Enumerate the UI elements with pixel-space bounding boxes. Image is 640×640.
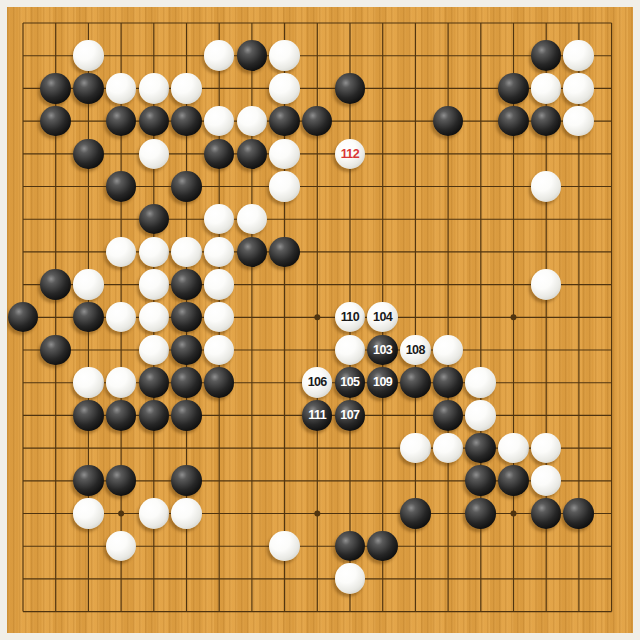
intersection[interactable] <box>203 366 236 399</box>
intersection[interactable] <box>301 170 334 203</box>
intersection[interactable] <box>530 235 563 268</box>
intersection[interactable] <box>562 203 595 236</box>
intersection[interactable] <box>72 399 105 432</box>
intersection[interactable] <box>268 530 301 563</box>
intersection[interactable] <box>366 7 399 39</box>
intersection[interactable] <box>497 595 530 628</box>
intersection[interactable] <box>432 7 465 39</box>
intersection[interactable] <box>7 334 39 367</box>
intersection[interactable] <box>334 530 367 563</box>
intersection[interactable] <box>595 235 628 268</box>
intersection[interactable] <box>497 268 530 301</box>
intersection[interactable] <box>301 334 334 367</box>
intersection[interactable] <box>7 366 39 399</box>
intersection[interactable] <box>334 203 367 236</box>
intersection[interactable] <box>235 334 268 367</box>
intersection[interactable] <box>235 268 268 301</box>
intersection[interactable] <box>137 235 170 268</box>
intersection[interactable]: 107 <box>334 399 367 432</box>
intersection[interactable] <box>203 595 236 628</box>
intersection[interactable] <box>464 72 497 105</box>
intersection[interactable] <box>301 268 334 301</box>
intersection[interactable] <box>137 334 170 367</box>
intersection[interactable] <box>366 530 399 563</box>
intersection[interactable] <box>530 39 563 72</box>
intersection[interactable] <box>137 366 170 399</box>
intersection[interactable] <box>105 497 138 530</box>
intersection[interactable] <box>530 464 563 497</box>
intersection[interactable] <box>203 203 236 236</box>
intersection[interactable] <box>39 334 72 367</box>
intersection[interactable] <box>497 366 530 399</box>
intersection[interactable] <box>399 72 432 105</box>
intersection[interactable] <box>39 366 72 399</box>
intersection[interactable] <box>268 105 301 138</box>
intersection[interactable] <box>268 268 301 301</box>
intersection[interactable] <box>137 268 170 301</box>
intersection[interactable] <box>39 497 72 530</box>
intersection[interactable] <box>105 105 138 138</box>
intersection[interactable] <box>7 268 39 301</box>
intersection[interactable] <box>203 170 236 203</box>
intersection[interactable] <box>7 72 39 105</box>
intersection[interactable] <box>301 301 334 334</box>
intersection[interactable] <box>7 105 39 138</box>
intersection[interactable] <box>562 235 595 268</box>
intersection[interactable] <box>235 137 268 170</box>
intersection[interactable] <box>562 399 595 432</box>
intersection[interactable] <box>432 334 465 367</box>
intersection[interactable] <box>39 203 72 236</box>
intersection[interactable] <box>464 366 497 399</box>
intersection[interactable] <box>595 39 628 72</box>
intersection[interactable] <box>530 497 563 530</box>
intersection[interactable] <box>301 595 334 628</box>
intersection[interactable] <box>530 595 563 628</box>
intersection[interactable] <box>595 268 628 301</box>
intersection[interactable] <box>39 595 72 628</box>
intersection[interactable] <box>464 7 497 39</box>
intersection[interactable] <box>235 562 268 595</box>
intersection[interactable] <box>203 334 236 367</box>
intersection[interactable] <box>366 170 399 203</box>
intersection[interactable] <box>170 170 203 203</box>
intersection[interactable] <box>268 366 301 399</box>
intersection[interactable]: 110 <box>334 301 367 334</box>
intersection[interactable] <box>268 137 301 170</box>
intersection[interactable] <box>268 170 301 203</box>
intersection[interactable] <box>235 595 268 628</box>
intersection[interactable] <box>497 399 530 432</box>
intersection[interactable] <box>464 301 497 334</box>
intersection[interactable] <box>464 497 497 530</box>
intersection[interactable] <box>7 137 39 170</box>
intersection[interactable] <box>39 105 72 138</box>
intersection[interactable] <box>170 203 203 236</box>
intersection[interactable] <box>105 235 138 268</box>
intersection[interactable] <box>235 7 268 39</box>
intersection[interactable] <box>399 562 432 595</box>
intersection[interactable] <box>530 203 563 236</box>
intersection[interactable] <box>399 39 432 72</box>
intersection[interactable] <box>497 170 530 203</box>
intersection[interactable] <box>137 432 170 465</box>
intersection[interactable] <box>432 497 465 530</box>
intersection[interactable] <box>39 7 72 39</box>
intersection[interactable] <box>366 562 399 595</box>
intersection[interactable] <box>562 137 595 170</box>
intersection[interactable] <box>497 530 530 563</box>
intersection[interactable] <box>170 595 203 628</box>
intersection[interactable] <box>7 170 39 203</box>
intersection[interactable] <box>432 39 465 72</box>
intersection[interactable] <box>72 497 105 530</box>
intersection[interactable] <box>203 268 236 301</box>
intersection[interactable] <box>268 562 301 595</box>
intersection[interactable] <box>301 39 334 72</box>
intersection[interactable] <box>203 464 236 497</box>
intersection[interactable] <box>203 562 236 595</box>
intersection[interactable] <box>464 530 497 563</box>
intersection[interactable] <box>203 399 236 432</box>
intersection[interactable] <box>595 595 628 628</box>
intersection[interactable] <box>268 7 301 39</box>
intersection[interactable] <box>399 399 432 432</box>
intersection[interactable] <box>137 497 170 530</box>
intersection[interactable] <box>7 464 39 497</box>
intersection[interactable] <box>235 105 268 138</box>
intersection[interactable] <box>301 105 334 138</box>
intersection[interactable] <box>366 105 399 138</box>
intersection[interactable] <box>105 334 138 367</box>
intersection[interactable] <box>137 105 170 138</box>
intersection[interactable] <box>595 497 628 530</box>
intersection[interactable] <box>39 301 72 334</box>
intersection[interactable] <box>530 7 563 39</box>
intersection[interactable] <box>137 39 170 72</box>
intersection[interactable] <box>497 464 530 497</box>
intersection[interactable]: 108 <box>399 334 432 367</box>
intersection[interactable] <box>301 137 334 170</box>
intersection[interactable] <box>530 432 563 465</box>
intersection[interactable] <box>432 235 465 268</box>
intersection[interactable]: 112 <box>334 137 367 170</box>
intersection[interactable] <box>7 432 39 465</box>
intersection[interactable] <box>530 170 563 203</box>
intersection[interactable] <box>497 235 530 268</box>
intersection[interactable] <box>7 7 39 39</box>
intersection[interactable] <box>7 399 39 432</box>
intersection[interactable] <box>137 72 170 105</box>
intersection[interactable] <box>235 464 268 497</box>
intersection[interactable] <box>235 72 268 105</box>
intersection[interactable] <box>366 464 399 497</box>
intersection[interactable] <box>170 105 203 138</box>
intersection[interactable] <box>399 7 432 39</box>
intersection[interactable] <box>562 562 595 595</box>
intersection[interactable] <box>105 595 138 628</box>
intersection[interactable] <box>595 432 628 465</box>
intersection[interactable] <box>203 39 236 72</box>
intersection[interactable] <box>137 137 170 170</box>
intersection[interactable] <box>137 464 170 497</box>
intersection[interactable] <box>595 105 628 138</box>
intersection[interactable] <box>137 170 170 203</box>
intersection[interactable] <box>72 530 105 563</box>
intersection[interactable] <box>72 105 105 138</box>
intersection[interactable] <box>137 530 170 563</box>
intersection[interactable] <box>170 334 203 367</box>
intersection[interactable] <box>464 595 497 628</box>
intersection[interactable] <box>235 39 268 72</box>
intersection[interactable] <box>366 268 399 301</box>
intersection[interactable] <box>595 562 628 595</box>
intersection[interactable] <box>137 562 170 595</box>
intersection[interactable] <box>497 562 530 595</box>
intersection[interactable] <box>7 595 39 628</box>
intersection[interactable] <box>497 137 530 170</box>
intersection[interactable] <box>366 72 399 105</box>
intersection[interactable] <box>72 170 105 203</box>
intersection[interactable] <box>366 432 399 465</box>
intersection[interactable] <box>235 170 268 203</box>
intersection[interactable] <box>7 301 39 334</box>
intersection[interactable] <box>170 39 203 72</box>
intersection[interactable] <box>268 399 301 432</box>
intersection[interactable] <box>105 366 138 399</box>
intersection[interactable] <box>39 432 72 465</box>
intersection[interactable] <box>137 301 170 334</box>
intersection[interactable] <box>39 530 72 563</box>
intersection[interactable] <box>334 595 367 628</box>
intersection[interactable] <box>530 530 563 563</box>
intersection[interactable] <box>170 301 203 334</box>
intersection[interactable] <box>105 39 138 72</box>
intersection[interactable] <box>464 235 497 268</box>
intersection[interactable]: 103 <box>366 334 399 367</box>
intersection[interactable] <box>72 432 105 465</box>
intersection[interactable] <box>562 530 595 563</box>
intersection[interactable] <box>366 39 399 72</box>
intersection[interactable] <box>334 497 367 530</box>
intersection[interactable] <box>235 497 268 530</box>
intersection[interactable] <box>235 366 268 399</box>
intersection[interactable] <box>39 39 72 72</box>
intersection[interactable] <box>170 366 203 399</box>
intersection[interactable] <box>72 39 105 72</box>
intersection[interactable] <box>432 170 465 203</box>
intersection[interactable] <box>432 72 465 105</box>
intersection[interactable] <box>39 562 72 595</box>
intersection[interactable] <box>334 432 367 465</box>
intersection[interactable] <box>497 203 530 236</box>
intersection[interactable] <box>366 203 399 236</box>
intersection[interactable] <box>562 334 595 367</box>
intersection[interactable] <box>334 334 367 367</box>
intersection[interactable] <box>235 399 268 432</box>
intersection[interactable] <box>105 399 138 432</box>
intersection[interactable] <box>530 105 563 138</box>
intersection[interactable] <box>72 595 105 628</box>
intersection[interactable] <box>595 170 628 203</box>
intersection[interactable] <box>562 72 595 105</box>
intersection[interactable] <box>203 235 236 268</box>
intersection[interactable] <box>464 105 497 138</box>
intersection[interactable] <box>170 72 203 105</box>
intersection[interactable] <box>334 72 367 105</box>
intersection[interactable] <box>366 399 399 432</box>
intersection[interactable] <box>137 7 170 39</box>
intersection[interactable] <box>530 399 563 432</box>
intersection[interactable] <box>72 562 105 595</box>
intersection[interactable] <box>497 497 530 530</box>
intersection[interactable] <box>39 268 72 301</box>
intersection[interactable] <box>72 464 105 497</box>
intersection[interactable] <box>170 530 203 563</box>
intersection[interactable] <box>334 170 367 203</box>
intersection[interactable] <box>137 399 170 432</box>
intersection[interactable] <box>464 399 497 432</box>
intersection[interactable] <box>595 301 628 334</box>
intersection[interactable] <box>268 203 301 236</box>
intersection[interactable] <box>497 105 530 138</box>
intersection[interactable] <box>301 235 334 268</box>
intersection[interactable] <box>72 235 105 268</box>
intersection[interactable] <box>170 235 203 268</box>
intersection[interactable] <box>399 137 432 170</box>
intersection[interactable] <box>562 464 595 497</box>
intersection[interactable] <box>464 137 497 170</box>
intersection[interactable] <box>562 595 595 628</box>
intersection[interactable] <box>105 203 138 236</box>
intersection[interactable] <box>464 334 497 367</box>
intersection[interactable] <box>105 530 138 563</box>
intersection[interactable] <box>432 268 465 301</box>
intersection[interactable] <box>203 301 236 334</box>
intersection[interactable] <box>595 334 628 367</box>
intersection[interactable] <box>334 562 367 595</box>
intersection[interactable] <box>334 105 367 138</box>
intersection[interactable] <box>595 7 628 39</box>
intersection[interactable] <box>301 432 334 465</box>
intersection[interactable] <box>399 366 432 399</box>
intersection[interactable] <box>203 7 236 39</box>
intersection[interactable] <box>268 595 301 628</box>
intersection[interactable] <box>562 301 595 334</box>
intersection[interactable] <box>399 301 432 334</box>
intersection[interactable] <box>203 105 236 138</box>
intersection[interactable] <box>39 399 72 432</box>
intersection[interactable] <box>497 301 530 334</box>
intersection[interactable] <box>7 203 39 236</box>
intersection[interactable] <box>268 432 301 465</box>
intersection[interactable] <box>399 595 432 628</box>
intersection[interactable] <box>530 137 563 170</box>
intersection[interactable] <box>530 301 563 334</box>
intersection[interactable]: 105 <box>334 366 367 399</box>
intersection[interactable] <box>562 39 595 72</box>
intersection[interactable] <box>595 137 628 170</box>
intersection[interactable] <box>39 170 72 203</box>
intersection[interactable] <box>464 170 497 203</box>
intersection[interactable] <box>170 137 203 170</box>
intersection[interactable] <box>334 235 367 268</box>
intersection[interactable] <box>562 432 595 465</box>
intersection[interactable] <box>235 235 268 268</box>
intersection[interactable] <box>105 7 138 39</box>
intersection[interactable] <box>497 39 530 72</box>
intersection[interactable] <box>235 432 268 465</box>
intersection[interactable]: 111 <box>301 399 334 432</box>
intersection[interactable] <box>464 562 497 595</box>
intersection[interactable] <box>432 203 465 236</box>
intersection[interactable] <box>7 497 39 530</box>
intersection[interactable] <box>137 203 170 236</box>
intersection[interactable] <box>72 366 105 399</box>
intersection[interactable] <box>7 530 39 563</box>
intersection[interactable] <box>562 105 595 138</box>
intersection[interactable] <box>301 497 334 530</box>
intersection[interactable] <box>562 268 595 301</box>
intersection[interactable] <box>366 497 399 530</box>
intersection[interactable] <box>268 334 301 367</box>
intersection[interactable] <box>530 334 563 367</box>
intersection[interactable] <box>170 399 203 432</box>
intersection[interactable] <box>497 72 530 105</box>
intersection[interactable] <box>432 562 465 595</box>
intersection[interactable]: 109 <box>366 366 399 399</box>
intersection[interactable] <box>464 432 497 465</box>
intersection[interactable] <box>464 268 497 301</box>
intersection[interactable] <box>268 39 301 72</box>
intersection[interactable] <box>432 464 465 497</box>
intersection[interactable] <box>301 562 334 595</box>
intersection[interactable] <box>399 235 432 268</box>
intersection[interactable] <box>399 203 432 236</box>
intersection[interactable] <box>432 137 465 170</box>
intersection[interactable] <box>235 530 268 563</box>
intersection[interactable] <box>203 137 236 170</box>
intersection[interactable] <box>530 366 563 399</box>
intersection[interactable] <box>530 72 563 105</box>
intersection[interactable] <box>105 268 138 301</box>
intersection[interactable] <box>432 530 465 563</box>
intersection[interactable] <box>399 268 432 301</box>
intersection[interactable] <box>170 7 203 39</box>
intersection[interactable] <box>170 562 203 595</box>
intersection[interactable]: 104 <box>366 301 399 334</box>
intersection[interactable] <box>595 530 628 563</box>
intersection[interactable] <box>432 366 465 399</box>
intersection[interactable] <box>105 562 138 595</box>
intersection[interactable] <box>399 530 432 563</box>
intersection[interactable] <box>399 464 432 497</box>
intersection[interactable] <box>170 497 203 530</box>
intersection[interactable] <box>464 464 497 497</box>
intersection[interactable] <box>268 301 301 334</box>
intersection[interactable] <box>235 203 268 236</box>
intersection[interactable] <box>268 72 301 105</box>
intersection[interactable] <box>334 464 367 497</box>
intersection[interactable] <box>497 7 530 39</box>
intersection[interactable] <box>595 203 628 236</box>
intersection[interactable] <box>268 235 301 268</box>
intersection[interactable] <box>595 72 628 105</box>
intersection[interactable] <box>235 301 268 334</box>
intersection[interactable] <box>72 268 105 301</box>
intersection[interactable] <box>39 72 72 105</box>
intersection[interactable] <box>105 464 138 497</box>
